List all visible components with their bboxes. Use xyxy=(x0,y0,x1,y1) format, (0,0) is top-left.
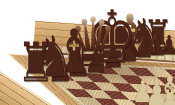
light-bishop-g1: ♝ xyxy=(153,71,175,105)
dark-rook-a8: ♜ xyxy=(15,36,57,90)
pieces-layer: ♜♞♝♛♚♝♞♜♟♟♟♟♟♟♟♟♟♟♝ xyxy=(0,0,175,105)
chess-set-photo: ♜♞♝♛♚♝♞♜♟♟♟♟♟♟♟♟♟♟♝ xyxy=(0,0,175,105)
